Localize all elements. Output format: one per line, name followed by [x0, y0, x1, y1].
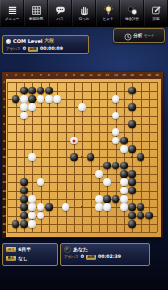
- count-icon: [127, 5, 138, 16]
- hint-icon: [103, 5, 114, 16]
- white-stone: [28, 203, 36, 211]
- white-stone: [112, 128, 120, 136]
- com-rank: 六段: [45, 37, 54, 45]
- black-stone: [87, 153, 95, 161]
- black-stone: [120, 162, 128, 170]
- white-stone: [95, 195, 103, 203]
- black-stone: [70, 153, 78, 161]
- grid-line-vertical: [116, 82, 117, 232]
- black-stone: [112, 162, 120, 170]
- white-stone: [37, 178, 45, 186]
- black-stone: [137, 153, 145, 161]
- white-stone: [103, 203, 111, 211]
- coordinate-column-label: 1: [6, 73, 8, 77]
- human-captures-value: 0: [81, 253, 84, 261]
- black-stone: [112, 195, 120, 203]
- coordinate-row-label: 19: [2, 231, 5, 234]
- analysis-icon: [124, 26, 132, 45]
- black-stone: [103, 162, 111, 170]
- com-player-panel: COM Level 六段 アゲハマ 0 時間 00:00:09: [2, 35, 89, 54]
- black-stone: [128, 187, 136, 195]
- black-stone: [37, 87, 45, 95]
- toolbar-button-undo[interactable]: 待った: [72, 0, 96, 26]
- coordinate-row-label: 15: [2, 197, 5, 200]
- coordinate-row-label: 7: [3, 131, 4, 134]
- black-stone: [128, 212, 136, 220]
- coordinate-row-label: 10: [2, 156, 5, 159]
- black-stone: [28, 95, 36, 103]
- white-stone: [28, 212, 36, 220]
- white-stone: [120, 187, 128, 195]
- analysis-label: 分析: [133, 33, 142, 38]
- white-stone: [103, 178, 111, 186]
- black-stone: [28, 87, 36, 95]
- toolbar-button-settings[interactable]: 設定: [144, 0, 168, 26]
- coordinate-column-label: 6: [48, 73, 50, 77]
- coordinate-column-label: 18: [147, 73, 151, 77]
- coordinate-row-label: 13: [2, 181, 5, 184]
- black-stone: [128, 87, 136, 95]
- black-stone: [128, 203, 136, 211]
- toolbar-button-label: 待った: [79, 16, 90, 20]
- black-stone: [45, 203, 53, 211]
- app-screen: メニュー新規対局パス待ったヒント地合計算設定 分析 モード COM Level …: [0, 0, 168, 290]
- handicap-label: 置石: [6, 256, 16, 261]
- analysis-label-small: モード: [144, 34, 154, 38]
- white-stone: [20, 112, 28, 120]
- grid-line-horizontal: [7, 166, 157, 167]
- white-stone: [37, 95, 45, 103]
- black-stone-icon: [64, 246, 71, 253]
- white-stone: [112, 95, 120, 103]
- komi-value: 6目半: [18, 245, 30, 254]
- white-stone: [20, 103, 28, 111]
- white-stone: [120, 203, 128, 211]
- black-stone: [128, 145, 136, 153]
- black-stone: [20, 87, 28, 95]
- black-stone: [12, 220, 20, 228]
- coordinate-column-label: 2: [15, 73, 17, 77]
- black-stone: [137, 212, 145, 220]
- black-stone: [120, 170, 128, 178]
- grid-line-vertical: [157, 82, 158, 232]
- com-player-name: COM Level: [13, 37, 43, 45]
- toolbar-button-label: ヒント: [103, 16, 114, 20]
- human-time-label: 時間: [86, 255, 96, 260]
- white-stone: [120, 195, 128, 203]
- coordinate-row-label: 17: [2, 214, 5, 217]
- black-stone: [12, 95, 20, 103]
- black-stone: [128, 178, 136, 186]
- black-stone: [128, 170, 136, 178]
- white-stone: [53, 95, 61, 103]
- black-stone: [137, 203, 145, 211]
- white-stone: [95, 170, 103, 178]
- black-stone: [20, 212, 28, 220]
- coordinate-column-label: 4: [31, 73, 33, 77]
- white-stone: [112, 112, 120, 120]
- human-player-panel: あなた アゲハマ 0 時間 00:02:39: [60, 243, 150, 266]
- coordinate-row-label: 4: [3, 106, 4, 109]
- new-game-icon: [31, 5, 42, 16]
- coordinate-column-label: 10: [80, 73, 84, 77]
- white-stone: [37, 203, 45, 211]
- go-board[interactable]: 1122334455667788991010111112121313141415…: [2, 72, 163, 238]
- komi-label: コミ: [6, 247, 16, 252]
- com-time-value: 00:00:09: [40, 45, 63, 53]
- white-stone: [20, 95, 28, 103]
- toolbar-button-label: パス: [56, 16, 63, 20]
- coordinate-row-label: 12: [2, 172, 5, 175]
- coordinate-row-label: 1: [3, 81, 4, 84]
- coordinate-row-label: 18: [2, 222, 5, 225]
- white-stone-icon: [6, 39, 11, 44]
- white-stone: [45, 95, 53, 103]
- coordinate-row-label: 9: [3, 147, 4, 150]
- coordinate-row-label: 3: [3, 97, 4, 100]
- black-stone: [145, 212, 153, 220]
- pass-icon: [55, 5, 66, 16]
- coordinate-column-label: 16: [130, 73, 134, 77]
- black-stone: [120, 137, 128, 145]
- coordinate-column-label: 8: [65, 73, 67, 77]
- black-stone: [45, 87, 53, 95]
- settings-icon: [151, 5, 162, 16]
- top-toolbar: メニュー新規対局パス待ったヒント地合計算設定: [0, 0, 168, 27]
- white-stone: [120, 145, 128, 153]
- black-stone: [128, 220, 136, 228]
- coordinate-row-label: 5: [3, 114, 4, 117]
- coordinate-column-label: 5: [40, 73, 42, 77]
- white-stone: [120, 178, 128, 186]
- com-captures-label: アゲハマ: [6, 45, 21, 53]
- white-stone: [95, 203, 103, 211]
- analysis-mode-button[interactable]: 分析 モード: [113, 28, 165, 43]
- coordinate-column-label: 17: [139, 73, 143, 77]
- white-stone: [78, 103, 86, 111]
- white-stone: [37, 212, 45, 220]
- black-stone: [20, 178, 28, 186]
- coordinate-row-label: 2: [3, 89, 4, 92]
- human-captures-label: アゲハマ: [64, 253, 79, 261]
- last-move-marker: [72, 139, 75, 142]
- black-stone: [103, 195, 111, 203]
- toolbar-button-menu[interactable]: メニュー: [0, 0, 24, 26]
- com-time-label: 時間: [28, 47, 38, 52]
- white-stone: [112, 137, 120, 145]
- undo-icon: [79, 5, 90, 16]
- coordinate-column-label: 19: [155, 73, 159, 77]
- grid-line-horizontal: [7, 232, 157, 233]
- black-stone: [20, 203, 28, 211]
- grid-line-vertical: [149, 82, 150, 232]
- coordinate-row-label: 11: [2, 164, 5, 167]
- coordinate-column-label: 7: [56, 73, 58, 77]
- toolbar-button-new-game[interactable]: 新規対局: [24, 0, 48, 26]
- white-stone: [28, 153, 36, 161]
- coordinate-column-label: 14: [114, 73, 118, 77]
- coordinate-column-label: 13: [105, 73, 109, 77]
- black-stone: [20, 220, 28, 228]
- toolbar-button-pass[interactable]: パス: [48, 0, 72, 26]
- coordinate-column-label: 12: [97, 73, 101, 77]
- coordinate-row-label: 8: [3, 139, 4, 142]
- black-stone: [128, 120, 136, 128]
- white-stone: [28, 195, 36, 203]
- toolbar-button-label: 新規対局: [29, 16, 43, 20]
- komi-panel: コミ 6目半 置石 なし: [2, 243, 58, 266]
- coordinate-column-label: 9: [73, 73, 75, 77]
- white-stone: [28, 220, 36, 228]
- black-stone: [20, 187, 28, 195]
- coordinate-row-label: 16: [2, 206, 5, 209]
- toolbar-button-count[interactable]: 地合計算: [120, 0, 144, 26]
- com-captures-value: 0: [23, 45, 26, 53]
- human-player-name: あなた: [73, 245, 88, 253]
- toolbar-button-label: 地合計算: [125, 16, 139, 20]
- toolbar-button-label: メニュー: [5, 16, 19, 20]
- coordinate-row-label: 6: [3, 122, 4, 125]
- toolbar-button-hint[interactable]: ヒント: [96, 0, 120, 26]
- coordinate-column-label: 11: [89, 73, 93, 77]
- coordinate-row-label: 14: [2, 189, 5, 192]
- menu-icon: [7, 5, 18, 16]
- human-time-value: 00:02:39: [98, 253, 121, 261]
- coordinate-column-label: 15: [122, 73, 126, 77]
- black-stone: [128, 103, 136, 111]
- coordinate-column-label: 3: [23, 73, 25, 77]
- black-stone: [20, 195, 28, 203]
- toolbar-button-label: 設定: [152, 16, 159, 20]
- white-stone: [28, 103, 36, 111]
- white-stone: [62, 203, 70, 211]
- handicap-value: なし: [18, 254, 27, 263]
